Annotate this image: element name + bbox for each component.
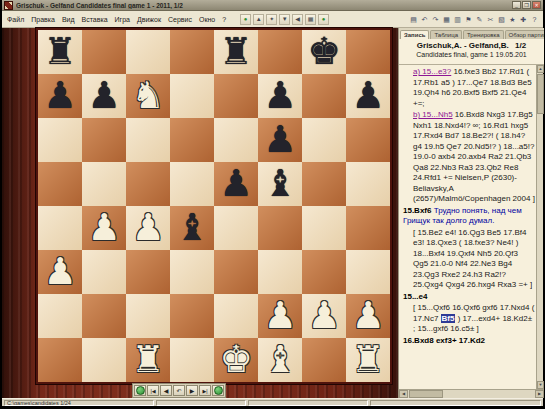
minimize-button[interactable]: _ [512,1,521,9]
window-title: Grischuk - Gelfand Candidates final game… [16,2,512,9]
black-rook[interactable]: ♜ [38,30,82,74]
white-pawn[interactable]: ♟ [302,294,346,338]
square-h5[interactable] [346,162,390,206]
square-a5[interactable] [38,162,82,206]
notation-paragraph: a) 15...e3? 16.fxe3 Bb2 17.Rd1 ( 17.Rb1 … [403,67,535,109]
engine-plus-button[interactable] [212,385,224,396]
down-triangle-icon[interactable]: ▼ [279,14,290,25]
print-icon[interactable]: ▥ [453,15,462,24]
notation-paragraph: 15.Bxf6 Трудно понять, над чем Грищук та… [403,206,535,227]
square-e8[interactable]: ♜ [214,30,258,74]
scroll-left-icon[interactable]: ◀ [399,390,408,398]
notation-paragraph: 15...e4 [403,292,535,303]
black-pawn[interactable]: ♟ [38,74,82,118]
black-bishop[interactable]: ♝ [170,206,214,250]
square-c6[interactable] [126,118,170,162]
square-f2[interactable]: ♟ [258,294,302,338]
menu-item-?[interactable]: ? [222,16,226,23]
square-f6[interactable]: ♟ [258,118,302,162]
application-window: Grischuk - Gelfand Candidates final game… [0,0,545,409]
square-b3[interactable] [82,250,126,294]
square-g3[interactable] [302,250,346,294]
menu-item-правка[interactable]: Правка [31,16,55,23]
square-c1[interactable]: ♜ [126,338,170,382]
square-d6[interactable] [170,118,214,162]
square-f3[interactable] [258,250,302,294]
new-document-icon[interactable]: ▤ [409,15,418,24]
scroll-right-icon[interactable]: ▶ [535,390,544,398]
square-a7[interactable]: ♟ [38,74,82,118]
menu-item-вид[interactable]: Вид [62,16,75,23]
next-move-button[interactable]: ▶ [186,385,198,396]
tab-таблица[interactable]: Таблица [430,30,462,39]
square-a4[interactable] [38,206,82,250]
menu-item-окно[interactable]: Окно [199,16,215,23]
result: 1/2 [515,41,526,50]
square-d2[interactable] [170,294,214,338]
panel-toolbar: ▤↶↷▦▥⚑✎✂▧★✚? [409,15,539,24]
square-b4[interactable]: ♟ [82,206,126,250]
black-bishop[interactable]: ♝ [258,162,302,206]
square-d3[interactable] [170,250,214,294]
green-dot-icon [214,386,223,395]
grid-icon[interactable]: ▦ [305,14,316,25]
up-triangle-icon[interactable]: ▲ [253,14,264,25]
black-rook[interactable]: ♜ [214,30,258,74]
black-pawn[interactable]: ♟ [214,162,258,206]
square-d4[interactable]: ♝ [170,206,214,250]
game-event: Candidates final, game 1 19.05.201 [399,51,544,58]
square-b7[interactable]: ♟ [82,74,126,118]
square-b8[interactable] [82,30,126,74]
square-f8[interactable] [258,30,302,74]
square-a1[interactable] [38,338,82,382]
status-text: C:\games\candidates 1/24 [4,400,154,406]
square-b1[interactable] [82,338,126,382]
pencil-icon[interactable]: ✎ [475,15,484,24]
current-move[interactable]: Bf5 [441,314,456,323]
square-b6[interactable] [82,118,126,162]
menu-toolbar-strip: ФайлПравкаВидВставкаИграДвижокСервисОкно… [2,11,543,28]
takeback-button[interactable]: ↶ [173,385,185,396]
square-d8[interactable] [170,30,214,74]
board-navigation: |◀◀↶▶▶| [132,383,226,398]
square-h6[interactable] [346,118,390,162]
square-a6[interactable] [38,118,82,162]
app-icon [4,1,13,10]
horizontal-scroll-thumb[interactable] [409,390,443,398]
black-pawn[interactable]: ♟ [346,74,390,118]
square-g1[interactable] [302,338,346,382]
white-king[interactable]: ♚ [214,338,258,382]
save-icon[interactable]: ▦ [442,15,451,24]
play-green-icon[interactable]: ● [318,14,329,25]
square-a8[interactable]: ♜ [38,30,82,74]
square-b5[interactable] [82,162,126,206]
menu-item-игра[interactable]: Игра [115,16,130,23]
black-king[interactable]: ♚ [302,30,346,74]
white-pawn[interactable]: ♟ [126,206,170,250]
vertical-scrollbar[interactable]: ▲ ▼ [536,65,543,389]
menu-bar: ФайлПравкаВидВставкаИграДвижокСервисОкно… [2,16,226,23]
white-pawn[interactable]: ♟ [38,250,82,294]
scissors-icon[interactable]: ✂ [486,15,495,24]
black-pawn[interactable]: ♟ [258,74,302,118]
menu-item-сервис[interactable]: Сервис [168,16,192,23]
board-background: ♜♜♚♟♟♞♟♟♟♟♝♟♟♝♟♟♟♟♜♚♝♜ |◀◀↶▶▶| [2,28,398,398]
square-g8[interactable]: ♚ [302,30,346,74]
chess-board[interactable]: ♜♜♚♟♟♞♟♟♟♟♝♟♟♝♟♟♟♟♜♚♝♜ [36,28,392,384]
square-g7[interactable] [302,74,346,118]
square-f7[interactable]: ♟ [258,74,302,118]
square-h4[interactable] [346,206,390,250]
white-pawn[interactable]: ♟ [82,206,126,250]
status-cell [156,400,246,406]
square-c3[interactable] [126,250,170,294]
prev-move-button[interactable]: ◀ [160,385,172,396]
notation-segment[interactable]: 16.Bxd8 Nxg3 17.Bg5 Nxh1 18.Nxd4!? ∞; 16… [413,110,535,203]
game-players-result: Grischuk,A. - Gelfand,B. 1/2 [399,41,544,50]
square-d5[interactable] [170,162,214,206]
tab-обзор партии[interactable]: Обзор партии [505,30,544,39]
close-button[interactable]: ✕ [532,1,541,9]
notation-paragraph: [ 15.Be2 e4! 16.Qg3 Be5 17.Bf4 e3! 18.Qx… [403,228,535,291]
menu-item-движок[interactable]: Движок [137,16,161,23]
white-knight[interactable]: ♞ [126,74,170,118]
square-b2[interactable] [82,294,126,338]
square-f5[interactable]: ♝ [258,162,302,206]
help-icon[interactable]: ? [530,15,539,24]
copy-icon[interactable]: ▧ [497,15,506,24]
tab-запись[interactable]: Запись [400,30,429,39]
first-move-button[interactable]: |◀ [147,385,159,396]
star-icon[interactable]: ★ [508,15,517,24]
square-g6[interactable] [302,118,346,162]
status-bar: C:\games\candidates 1/24 [2,398,543,406]
square-h7[interactable]: ♟ [346,74,390,118]
status-cell [248,400,368,406]
square-c4[interactable]: ♟ [126,206,170,250]
notation-area[interactable]: a) 15...e3? 16.fxe3 Bb2 17.Rd1 ( 17.Rb1 … [399,65,537,389]
variation-link[interactable]: b) 15...Nh5 [413,110,453,119]
white-rook[interactable]: ♜ [346,338,390,382]
square-h1[interactable]: ♜ [346,338,390,382]
square-a3[interactable]: ♟ [38,250,82,294]
notation-paragraph: 16.Bxd8 exf3+ 17.Kd2 [403,336,535,347]
scroll-up-icon[interactable]: ▲ [537,65,544,73]
square-g2[interactable]: ♟ [302,294,346,338]
menu-item-вставка[interactable]: Вставка [82,16,108,23]
black-pawn[interactable]: ♟ [82,74,126,118]
notation-segment[interactable]: 15.Bxf6 [403,206,431,215]
green-dot-icon [136,386,145,395]
status-cell [370,400,541,406]
square-e2[interactable] [214,294,258,338]
square-d7[interactable] [170,74,214,118]
notation-paragraph: b) 15...Nh5 16.Bxd8 Nxg3 17.Bg5 Nxh1 18.… [403,110,535,205]
black-pawn[interactable]: ♟ [258,118,302,162]
players: Grischuk,A. - Gelfand,B. [417,41,509,50]
square-f4[interactable] [258,206,302,250]
square-a2[interactable] [38,294,82,338]
notation-panel: ЗаписьТаблицаТренировкаОбзор партии Gris… [398,28,543,398]
white-bishop[interactable]: ♝ [258,338,302,382]
undo-icon[interactable]: ↶ [420,15,429,24]
vertical-scroll-thumb[interactable] [537,74,544,114]
menu-item-файл[interactable]: Файл [7,16,24,23]
square-g4[interactable] [302,206,346,250]
white-pawn[interactable]: ♟ [346,294,390,338]
square-e5[interactable]: ♟ [214,162,258,206]
square-c7[interactable]: ♞ [126,74,170,118]
scroll-down-icon[interactable]: ▼ [537,381,544,389]
white-pawn[interactable]: ♟ [258,294,302,338]
square-e7[interactable] [214,74,258,118]
search-icon[interactable]: ✚ [519,15,528,24]
square-g5[interactable] [302,162,346,206]
square-f1[interactable]: ♝ [258,338,302,382]
last-move-button[interactable]: ▶| [199,385,211,396]
square-c8[interactable] [126,30,170,74]
square-e4[interactable] [214,206,258,250]
horizontal-scrollbar[interactable]: ◀ ▶ [399,389,544,398]
notation-segment[interactable]: [ 15.Be2 e4! 16.Qg3 Be5 17.Bf4 e3! 18.Qx… [413,228,532,290]
white-rook[interactable]: ♜ [126,338,170,382]
star-icon[interactable]: ✦ [266,14,277,25]
tab-тренировка[interactable]: Тренировка [463,30,504,39]
title-bar[interactable]: Grischuk - Gelfand Candidates final game… [2,0,543,11]
engine-toggle-button[interactable] [134,385,146,396]
record-green-icon[interactable]: ● [240,14,251,25]
square-h8[interactable] [346,30,390,74]
notation-paragraph: [ 15...Qxf6 16.Qxf6 gxf6 17.Nxd4 ( 17.Nc… [403,303,535,335]
maximize-button[interactable]: ❐ [522,1,531,9]
square-e6[interactable] [214,118,258,162]
square-c2[interactable] [126,294,170,338]
square-h3[interactable] [346,250,390,294]
square-d1[interactable] [170,338,214,382]
game-header: Grischuk,A. - Gelfand,B. 1/2 Candidates … [399,39,544,65]
notation-segment[interactable]: 16.Bxd8 exf3+ 17.Kd2 [403,336,485,345]
square-e1[interactable]: ♚ [214,338,258,382]
nav-icon-cluster: ●▲✦▼◀▦● [240,14,329,25]
square-e3[interactable] [214,250,258,294]
left-triangle-icon[interactable]: ◀ [292,14,303,25]
variation-link[interactable]: a) 15...e3? [413,67,451,76]
square-c5[interactable] [126,162,170,206]
square-h2[interactable]: ♟ [346,294,390,338]
redo-icon[interactable]: ↷ [431,15,440,24]
notation-segment[interactable]: 15...e4 [403,292,427,301]
flag-icon[interactable]: ⚑ [464,15,473,24]
